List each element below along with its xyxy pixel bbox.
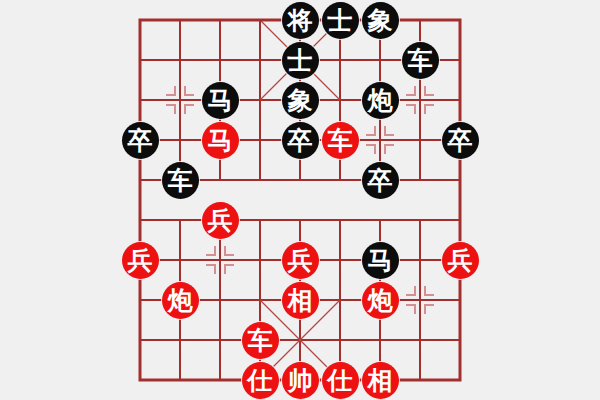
red-advisor[interactable]: 仕 bbox=[322, 362, 359, 399]
last-move-marker bbox=[200, 240, 240, 280]
black-advisor[interactable]: 士 bbox=[282, 42, 319, 79]
black-elephant[interactable]: 象 bbox=[282, 82, 319, 119]
black-soldier[interactable]: 卒 bbox=[122, 122, 159, 159]
black-chariot[interactable]: 车 bbox=[162, 162, 199, 199]
last-move-marker bbox=[400, 280, 440, 320]
black-soldier[interactable]: 卒 bbox=[282, 122, 319, 159]
red-elephant[interactable]: 相 bbox=[282, 282, 319, 319]
red-general[interactable]: 帅 bbox=[282, 362, 319, 399]
black-horse[interactable]: 马 bbox=[362, 242, 399, 279]
black-advisor[interactable]: 士 bbox=[322, 2, 359, 39]
red-cannon[interactable]: 炮 bbox=[162, 282, 199, 319]
last-move-marker bbox=[400, 80, 440, 120]
black-cannon[interactable]: 炮 bbox=[362, 82, 399, 119]
black-soldier[interactable]: 卒 bbox=[442, 122, 479, 159]
red-soldier[interactable]: 兵 bbox=[282, 242, 319, 279]
black-horse[interactable]: 马 bbox=[202, 82, 239, 119]
xiangqi-board: 将士象士车马象炮卒马卒车卒车卒兵兵兵马兵炮相炮车仕帅仕相 bbox=[0, 0, 600, 400]
red-horse[interactable]: 马 bbox=[202, 122, 239, 159]
black-general[interactable]: 将 bbox=[282, 2, 319, 39]
last-move-marker bbox=[360, 120, 400, 160]
red-chariot[interactable]: 车 bbox=[242, 322, 279, 359]
black-elephant[interactable]: 象 bbox=[362, 2, 399, 39]
black-soldier[interactable]: 卒 bbox=[362, 162, 399, 199]
pieces-grid: 将士象士车马象炮卒马卒车卒车卒兵兵兵马兵炮相炮车仕帅仕相 bbox=[120, 0, 480, 400]
red-soldier[interactable]: 兵 bbox=[442, 242, 479, 279]
red-soldier[interactable]: 兵 bbox=[122, 242, 159, 279]
red-cannon[interactable]: 炮 bbox=[362, 282, 399, 319]
last-move-marker bbox=[160, 80, 200, 120]
red-soldier[interactable]: 兵 bbox=[202, 202, 239, 239]
red-chariot[interactable]: 车 bbox=[322, 122, 359, 159]
red-elephant[interactable]: 相 bbox=[362, 362, 399, 399]
black-chariot[interactable]: 车 bbox=[402, 42, 439, 79]
red-advisor[interactable]: 仕 bbox=[242, 362, 279, 399]
